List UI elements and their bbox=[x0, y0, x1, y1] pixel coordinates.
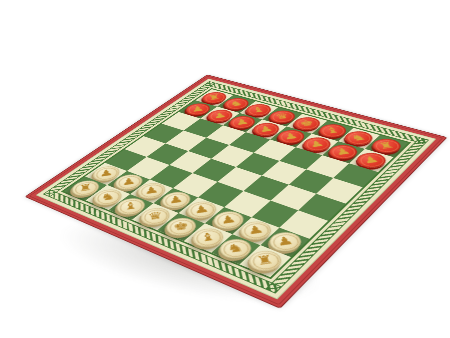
rook-castle-flag-icon: ♜ bbox=[207, 93, 221, 101]
pawn-soldier-icon: ♟ bbox=[258, 124, 274, 133]
pawn-soldier-icon: ♟ bbox=[362, 154, 381, 164]
pawn-soldier-icon: ♟ bbox=[246, 224, 265, 237]
knight-horse-icon: ♞ bbox=[229, 99, 244, 107]
pawn-soldier-icon: ♟ bbox=[219, 213, 237, 225]
pawn-soldier-icon: ♟ bbox=[235, 117, 251, 126]
pawn-soldier-icon: ♟ bbox=[144, 185, 160, 196]
pawn-soldier-icon: ♟ bbox=[283, 131, 300, 140]
pawn-soldier-icon: ♟ bbox=[193, 204, 210, 216]
bishop-mitre-icon: ♝ bbox=[251, 105, 266, 114]
king-crown-icon: ♚ bbox=[172, 220, 189, 232]
pawn-soldier-icon: ♟ bbox=[334, 146, 352, 156]
rook-castle-flag-icon: ♜ bbox=[255, 253, 275, 267]
queen-crown-icon: ♛ bbox=[147, 210, 164, 222]
rook-castle-flag-icon: ♜ bbox=[377, 140, 396, 150]
queen-crown-icon: ♛ bbox=[274, 112, 290, 121]
bishop-mitre-icon: ♝ bbox=[123, 200, 139, 211]
pawn-soldier-icon: ♟ bbox=[308, 139, 326, 149]
knight-horse-icon: ♞ bbox=[100, 191, 115, 202]
knight-horse-icon: ♞ bbox=[350, 133, 368, 143]
pawn-soldier-icon: ♟ bbox=[99, 168, 113, 178]
board-perspective-wrap: ♜♞♝♛♚♝♞♜♟♟♟♟♟♟♟♟♟♟♟♟♟♟♟♟♜♞♝♛♚♝♞♜ bbox=[67, 0, 406, 336]
king-crown-icon: ♚ bbox=[298, 119, 315, 128]
knight-horse-icon: ♞ bbox=[226, 242, 245, 255]
pawn-soldier-icon: ♟ bbox=[212, 111, 227, 120]
pawn-soldier-icon: ♟ bbox=[121, 176, 136, 187]
rook-castle-flag-icon: ♜ bbox=[78, 182, 92, 193]
bishop-mitre-icon: ♝ bbox=[198, 231, 216, 244]
bishop-mitre-icon: ♝ bbox=[323, 126, 341, 135]
pawn-soldier-icon: ♟ bbox=[168, 194, 185, 205]
pawn-soldier-icon: ♟ bbox=[191, 105, 205, 113]
photo-stage: ♜♞♝♛♚♝♞♜♟♟♟♟♟♟♟♟♟♟♟♟♟♟♟♟♜♞♝♛♚♝♞♜ bbox=[0, 0, 450, 338]
pawn-soldier-icon: ♟ bbox=[275, 235, 295, 248]
